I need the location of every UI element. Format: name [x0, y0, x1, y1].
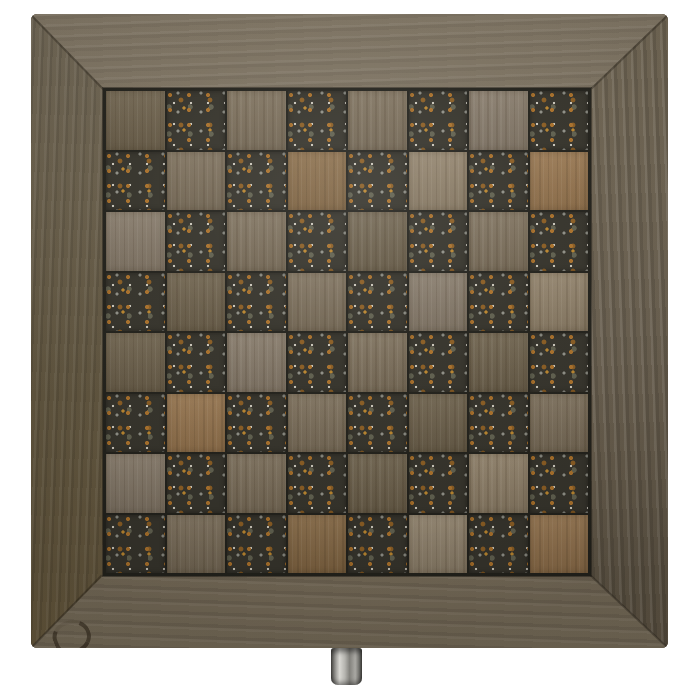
square-e3[interactable]	[348, 394, 407, 453]
square-g2[interactable]	[469, 454, 528, 513]
square-f6[interactable]	[409, 212, 468, 271]
square-c1[interactable]	[227, 515, 286, 574]
square-c5[interactable]	[227, 273, 286, 332]
square-g4[interactable]	[469, 333, 528, 392]
square-h5[interactable]	[530, 273, 589, 332]
square-e6[interactable]	[348, 212, 407, 271]
square-h2[interactable]	[530, 454, 589, 513]
square-d7[interactable]	[288, 152, 347, 211]
square-a7[interactable]	[106, 152, 165, 211]
square-g3[interactable]	[469, 394, 528, 453]
square-h3[interactable]	[530, 394, 589, 453]
square-f4[interactable]	[409, 333, 468, 392]
square-d2[interactable]	[288, 454, 347, 513]
table-leg-peg	[331, 648, 362, 685]
square-g7[interactable]	[469, 152, 528, 211]
square-f3[interactable]	[409, 394, 468, 453]
square-d3[interactable]	[288, 394, 347, 453]
square-h7[interactable]	[530, 152, 589, 211]
square-g6[interactable]	[469, 212, 528, 271]
square-g8[interactable]	[469, 91, 528, 150]
product-photo-stage	[0, 0, 700, 700]
square-d1[interactable]	[288, 515, 347, 574]
square-a3[interactable]	[106, 394, 165, 453]
square-d8[interactable]	[288, 91, 347, 150]
square-b7[interactable]	[167, 152, 226, 211]
square-a5[interactable]	[106, 273, 165, 332]
square-f1[interactable]	[409, 515, 468, 574]
square-b4[interactable]	[167, 333, 226, 392]
square-c6[interactable]	[227, 212, 286, 271]
square-e5[interactable]	[348, 273, 407, 332]
square-h1[interactable]	[530, 515, 589, 574]
square-d6[interactable]	[288, 212, 347, 271]
square-b2[interactable]	[167, 454, 226, 513]
square-a2[interactable]	[106, 454, 165, 513]
square-e7[interactable]	[348, 152, 407, 211]
square-a1[interactable]	[106, 515, 165, 574]
square-c8[interactable]	[227, 91, 286, 150]
square-b1[interactable]	[167, 515, 226, 574]
square-d5[interactable]	[288, 273, 347, 332]
square-h8[interactable]	[530, 91, 589, 150]
square-g1[interactable]	[469, 515, 528, 574]
square-c4[interactable]	[227, 333, 286, 392]
square-e4[interactable]	[348, 333, 407, 392]
square-f7[interactable]	[409, 152, 468, 211]
chessboard-table-top	[31, 14, 668, 648]
square-f8[interactable]	[409, 91, 468, 150]
square-f5[interactable]	[409, 273, 468, 332]
square-d4[interactable]	[288, 333, 347, 392]
square-b8[interactable]	[167, 91, 226, 150]
square-b6[interactable]	[167, 212, 226, 271]
square-a6[interactable]	[106, 212, 165, 271]
square-f2[interactable]	[409, 454, 468, 513]
square-c3[interactable]	[227, 394, 286, 453]
square-e8[interactable]	[348, 91, 407, 150]
square-b3[interactable]	[167, 394, 226, 453]
square-h4[interactable]	[530, 333, 589, 392]
square-e2[interactable]	[348, 454, 407, 513]
square-b5[interactable]	[167, 273, 226, 332]
square-e1[interactable]	[348, 515, 407, 574]
chess-board	[103, 88, 591, 576]
square-a8[interactable]	[106, 91, 165, 150]
square-g5[interactable]	[469, 273, 528, 332]
square-c7[interactable]	[227, 152, 286, 211]
square-a4[interactable]	[106, 333, 165, 392]
square-h6[interactable]	[530, 212, 589, 271]
square-c2[interactable]	[227, 454, 286, 513]
